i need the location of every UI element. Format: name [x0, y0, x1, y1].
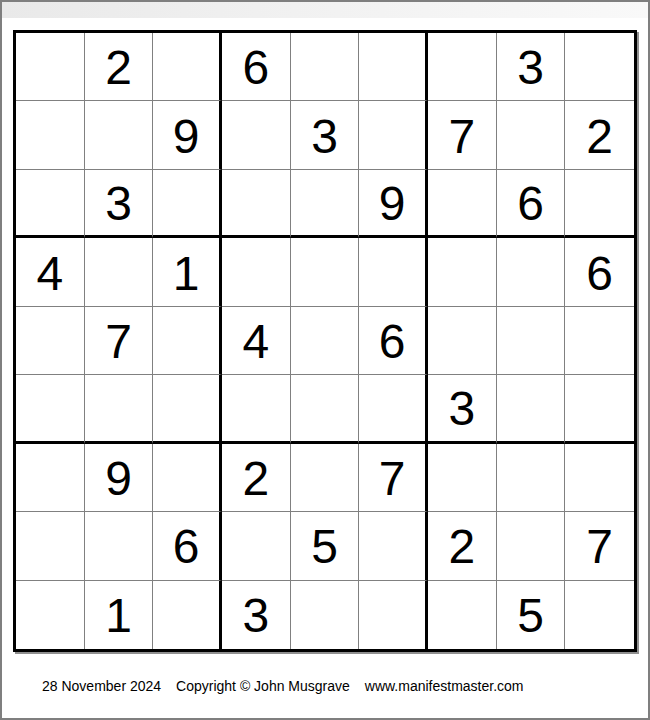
- cell-r1c3: [153, 33, 222, 101]
- cell-r2c8: [497, 101, 566, 169]
- cell-r3c1: [16, 170, 85, 238]
- cell-r8c2: [85, 512, 154, 580]
- cell-r2c2: [85, 101, 154, 169]
- cell-r6c7: 3: [428, 375, 497, 443]
- cell-r2c9: 2: [565, 101, 634, 169]
- cell-r6c6: [359, 375, 428, 443]
- cell-r2c1: [16, 101, 85, 169]
- cell-r6c8: [497, 375, 566, 443]
- cell-r1c8: 3: [497, 33, 566, 101]
- cell-r3c7: [428, 170, 497, 238]
- cell-r9c8: 5: [497, 581, 566, 649]
- cell-r7c8: [497, 444, 566, 512]
- cell-r9c7: [428, 581, 497, 649]
- cell-r3c5: [291, 170, 360, 238]
- page: 263937239641674639276527135 28 November …: [0, 0, 650, 720]
- cell-r5c2: 7: [85, 307, 154, 375]
- cell-r8c1: [16, 512, 85, 580]
- cell-r4c3: 1: [153, 238, 222, 306]
- cell-r6c2: [85, 375, 154, 443]
- cell-r1c2: 2: [85, 33, 154, 101]
- cell-r3c6: 9: [359, 170, 428, 238]
- cell-r4c7: [428, 238, 497, 306]
- cell-r4c5: [291, 238, 360, 306]
- cell-r8c4: [222, 512, 291, 580]
- cell-r8c7: 2: [428, 512, 497, 580]
- cell-r6c1: [16, 375, 85, 443]
- cell-r6c4: [222, 375, 291, 443]
- cell-r2c5: 3: [291, 101, 360, 169]
- cell-r8c8: [497, 512, 566, 580]
- cell-r4c6: [359, 238, 428, 306]
- cell-r5c9: [565, 307, 634, 375]
- cell-r5c6: 6: [359, 307, 428, 375]
- cell-r1c4: 6: [222, 33, 291, 101]
- cell-r7c6: 7: [359, 444, 428, 512]
- cell-r5c4: 4: [222, 307, 291, 375]
- cell-r6c9: [565, 375, 634, 443]
- cell-r7c5: [291, 444, 360, 512]
- cell-r5c7: [428, 307, 497, 375]
- cell-r1c6: [359, 33, 428, 101]
- cell-r2c6: [359, 101, 428, 169]
- top-band: [2, 2, 648, 18]
- cell-r9c6: [359, 581, 428, 649]
- cell-r9c2: 1: [85, 581, 154, 649]
- cell-r9c3: [153, 581, 222, 649]
- cell-r8c6: [359, 512, 428, 580]
- cell-r1c7: [428, 33, 497, 101]
- cell-r1c1: [16, 33, 85, 101]
- cell-r2c3: 9: [153, 101, 222, 169]
- cell-r1c9: [565, 33, 634, 101]
- cell-r7c1: [16, 444, 85, 512]
- cell-r3c2: 3: [85, 170, 154, 238]
- cell-r3c4: [222, 170, 291, 238]
- footer: 28 November 2024 Copyright © John Musgra…: [42, 678, 524, 694]
- cell-r9c4: 3: [222, 581, 291, 649]
- cell-r9c1: [16, 581, 85, 649]
- cell-r5c5: [291, 307, 360, 375]
- cell-r2c7: 7: [428, 101, 497, 169]
- cell-r4c8: [497, 238, 566, 306]
- cell-r4c4: [222, 238, 291, 306]
- footer-copyright: Copyright © John Musgrave: [176, 678, 350, 694]
- cell-r6c5: [291, 375, 360, 443]
- cell-r7c7: [428, 444, 497, 512]
- footer-website: www.manifestmaster.com: [365, 678, 524, 694]
- cell-r2c4: [222, 101, 291, 169]
- cell-r3c8: 6: [497, 170, 566, 238]
- cell-r4c2: [85, 238, 154, 306]
- footer-date: 28 November 2024: [42, 678, 161, 694]
- cell-r5c8: [497, 307, 566, 375]
- cell-r4c1: 4: [16, 238, 85, 306]
- cell-r4c9: 6: [565, 238, 634, 306]
- cell-r7c9: [565, 444, 634, 512]
- cell-r1c5: [291, 33, 360, 101]
- cell-r3c9: [565, 170, 634, 238]
- cell-r3c3: [153, 170, 222, 238]
- cell-r9c9: [565, 581, 634, 649]
- cell-r7c3: [153, 444, 222, 512]
- cell-r6c3: [153, 375, 222, 443]
- cell-r8c5: 5: [291, 512, 360, 580]
- cell-r8c3: 6: [153, 512, 222, 580]
- cell-r7c2: 9: [85, 444, 154, 512]
- sudoku-board: 263937239641674639276527135: [13, 30, 637, 652]
- cell-r9c5: [291, 581, 360, 649]
- cell-r7c4: 2: [222, 444, 291, 512]
- cell-r5c3: [153, 307, 222, 375]
- cell-r5c1: [16, 307, 85, 375]
- cell-r8c9: 7: [565, 512, 634, 580]
